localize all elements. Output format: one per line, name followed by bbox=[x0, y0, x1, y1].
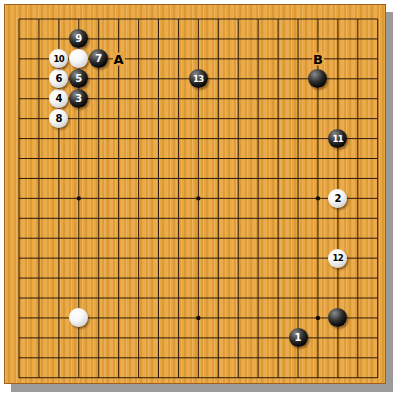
star-point bbox=[316, 196, 320, 200]
move-number: 8 bbox=[55, 113, 62, 124]
point-label-B: B bbox=[312, 52, 324, 65]
move-number: 1 bbox=[295, 332, 302, 343]
star-point bbox=[77, 196, 81, 200]
move-number: 12 bbox=[333, 253, 344, 263]
star-point bbox=[196, 316, 200, 320]
move-number: 3 bbox=[75, 93, 82, 104]
stone-white-move-12: 12 bbox=[328, 249, 347, 268]
move-number: 13 bbox=[193, 74, 204, 84]
stone-black-move-13: 13 bbox=[189, 69, 208, 88]
go-board: 12345678910111213AB bbox=[4, 4, 386, 384]
move-number: 5 bbox=[75, 73, 82, 84]
move-number: 10 bbox=[54, 54, 65, 64]
stone-black-move-1: 1 bbox=[289, 328, 308, 347]
move-number: 11 bbox=[333, 134, 344, 144]
star-point bbox=[196, 196, 200, 200]
move-number: 9 bbox=[75, 33, 82, 44]
point-label-A: A bbox=[113, 52, 125, 65]
move-number: 6 bbox=[55, 73, 62, 84]
move-number: 2 bbox=[334, 193, 341, 204]
move-number: 4 bbox=[55, 93, 62, 104]
star-point bbox=[316, 316, 320, 320]
move-number: 7 bbox=[95, 53, 102, 64]
